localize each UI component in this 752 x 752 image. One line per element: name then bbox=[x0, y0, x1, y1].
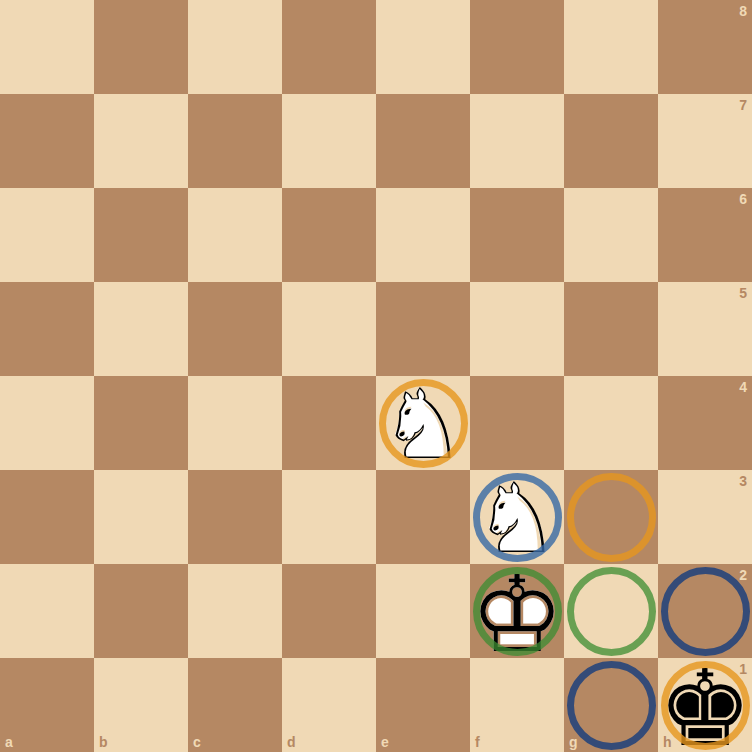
square-e7[interactable] bbox=[376, 94, 470, 188]
rank-label-7: 7 bbox=[739, 97, 747, 113]
square-c6[interactable] bbox=[188, 188, 282, 282]
white-knight-e4[interactable]: ♞♘ bbox=[376, 376, 470, 470]
file-label-c: c bbox=[193, 734, 201, 750]
square-c1[interactable]: c bbox=[188, 658, 282, 752]
white-knight-icon: ♘ bbox=[376, 378, 470, 472]
square-d4[interactable] bbox=[282, 376, 376, 470]
square-e5[interactable] bbox=[376, 282, 470, 376]
square-f3[interactable]: ♞♘ bbox=[470, 470, 564, 564]
square-b1[interactable]: b bbox=[94, 658, 188, 752]
square-e1[interactable]: e bbox=[376, 658, 470, 752]
file-label-f: f bbox=[475, 734, 480, 750]
square-d2[interactable] bbox=[282, 564, 376, 658]
square-d8[interactable] bbox=[282, 0, 376, 94]
square-h3[interactable]: 3 bbox=[658, 470, 752, 564]
square-f4[interactable] bbox=[470, 376, 564, 470]
square-e8[interactable] bbox=[376, 0, 470, 94]
square-c3[interactable] bbox=[188, 470, 282, 564]
white-king-fill-icon: ♚ bbox=[470, 568, 564, 662]
square-b8[interactable] bbox=[94, 0, 188, 94]
square-h7[interactable]: 7 bbox=[658, 94, 752, 188]
square-f2[interactable]: ♚♔ bbox=[470, 564, 564, 658]
square-g5[interactable] bbox=[564, 282, 658, 376]
square-h8[interactable]: 8 bbox=[658, 0, 752, 94]
file-label-d: d bbox=[287, 734, 296, 750]
rank-label-3: 3 bbox=[739, 473, 747, 489]
square-e2[interactable] bbox=[376, 564, 470, 658]
square-e6[interactable] bbox=[376, 188, 470, 282]
white-king-f2[interactable]: ♚♔ bbox=[470, 564, 564, 658]
square-f1[interactable]: f bbox=[470, 658, 564, 752]
square-b5[interactable] bbox=[94, 282, 188, 376]
square-d3[interactable] bbox=[282, 470, 376, 564]
square-d1[interactable]: d bbox=[282, 658, 376, 752]
square-f8[interactable] bbox=[470, 0, 564, 94]
white-king-icon: ♔ bbox=[470, 568, 564, 662]
square-f7[interactable] bbox=[470, 94, 564, 188]
square-g4[interactable] bbox=[564, 376, 658, 470]
file-label-a: a bbox=[5, 734, 13, 750]
black-king-icon: ♚ bbox=[658, 662, 752, 752]
square-c8[interactable] bbox=[188, 0, 282, 94]
square-h6[interactable]: 6 bbox=[658, 188, 752, 282]
square-a4[interactable] bbox=[0, 376, 94, 470]
square-b6[interactable] bbox=[94, 188, 188, 282]
square-f6[interactable] bbox=[470, 188, 564, 282]
square-a7[interactable] bbox=[0, 94, 94, 188]
square-h2[interactable]: 2 bbox=[658, 564, 752, 658]
orange-circle-annotation-g3 bbox=[567, 473, 656, 562]
square-b4[interactable] bbox=[94, 376, 188, 470]
square-c5[interactable] bbox=[188, 282, 282, 376]
rank-label-8: 8 bbox=[739, 3, 747, 19]
square-h4[interactable]: 4 bbox=[658, 376, 752, 470]
square-a1[interactable]: a bbox=[0, 658, 94, 752]
white-knight-f3[interactable]: ♞♘ bbox=[470, 470, 564, 564]
square-g6[interactable] bbox=[564, 188, 658, 282]
square-c2[interactable] bbox=[188, 564, 282, 658]
square-d6[interactable] bbox=[282, 188, 376, 282]
square-f5[interactable] bbox=[470, 282, 564, 376]
rank-label-6: 6 bbox=[739, 191, 747, 207]
square-h1[interactable]: ♚h1 bbox=[658, 658, 752, 752]
square-g2[interactable] bbox=[564, 564, 658, 658]
square-c4[interactable] bbox=[188, 376, 282, 470]
rank-label-4: 4 bbox=[739, 379, 747, 395]
square-a2[interactable] bbox=[0, 564, 94, 658]
file-label-e: e bbox=[381, 734, 389, 750]
rank-label-5: 5 bbox=[739, 285, 747, 301]
square-b7[interactable] bbox=[94, 94, 188, 188]
white-knight-icon: ♘ bbox=[470, 472, 564, 566]
square-a3[interactable] bbox=[0, 470, 94, 564]
black-king-h1[interactable]: ♚ bbox=[658, 658, 752, 752]
square-a8[interactable] bbox=[0, 0, 94, 94]
square-c7[interactable] bbox=[188, 94, 282, 188]
square-g3[interactable] bbox=[564, 470, 658, 564]
file-label-b: b bbox=[99, 734, 108, 750]
square-d7[interactable] bbox=[282, 94, 376, 188]
square-e4[interactable]: ♞♘ bbox=[376, 376, 470, 470]
square-d5[interactable] bbox=[282, 282, 376, 376]
square-a6[interactable] bbox=[0, 188, 94, 282]
navy-circle-annotation-h2 bbox=[661, 567, 750, 656]
square-e3[interactable] bbox=[376, 470, 470, 564]
file-label-g: g bbox=[569, 734, 578, 750]
rank-label-2: 2 bbox=[739, 567, 747, 583]
square-b3[interactable] bbox=[94, 470, 188, 564]
white-knight-fill-icon: ♞ bbox=[470, 472, 564, 566]
green-circle-annotation-g2 bbox=[567, 567, 656, 656]
navy-circle-annotation-g1 bbox=[567, 661, 656, 750]
square-h5[interactable]: 5 bbox=[658, 282, 752, 376]
square-g8[interactable] bbox=[564, 0, 658, 94]
square-b2[interactable] bbox=[94, 564, 188, 658]
square-a5[interactable] bbox=[0, 282, 94, 376]
chess-board: 8765♞♘4♞♘3♚♔2abcdefg♚h1 bbox=[0, 0, 752, 752]
square-g1[interactable]: g bbox=[564, 658, 658, 752]
white-knight-fill-icon: ♞ bbox=[376, 378, 470, 472]
square-g7[interactable] bbox=[564, 94, 658, 188]
